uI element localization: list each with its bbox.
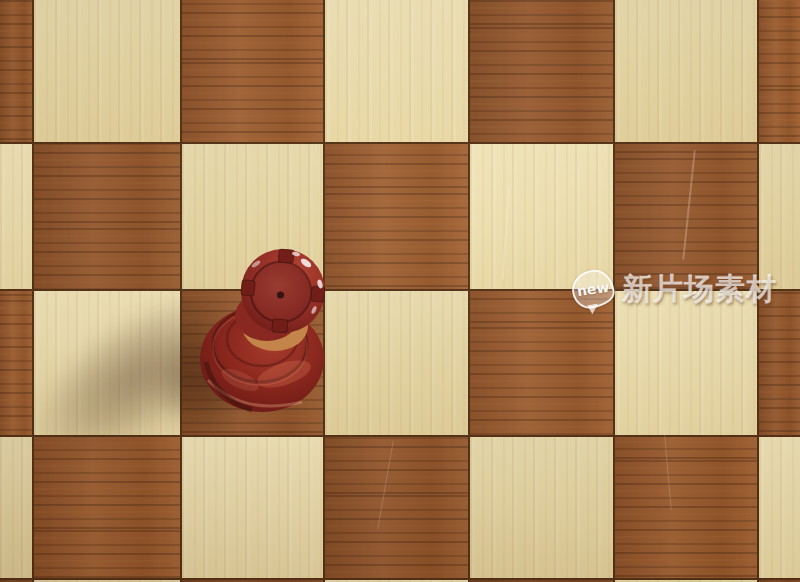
board-square[interactable]	[470, 291, 613, 435]
board-square[interactable]	[0, 437, 32, 578]
board-square[interactable]	[34, 0, 180, 142]
board-square[interactable]	[470, 144, 613, 289]
board-square[interactable]	[34, 291, 180, 435]
board-square[interactable]	[34, 437, 180, 578]
board-square[interactable]	[0, 144, 32, 289]
board-square[interactable]	[759, 0, 800, 142]
board-square[interactable]	[182, 0, 323, 142]
board-square[interactable]	[759, 144, 800, 289]
board-square[interactable]	[325, 291, 468, 435]
board-square[interactable]	[759, 437, 800, 578]
board-square[interactable]	[0, 0, 32, 142]
board-square[interactable]	[615, 437, 757, 578]
board-square[interactable]	[325, 437, 468, 578]
board-square[interactable]	[325, 0, 468, 142]
photo-stage: new 新片场素材	[0, 0, 800, 582]
board-square[interactable]	[615, 144, 757, 289]
board-square[interactable]	[615, 291, 757, 435]
board-square[interactable]	[615, 0, 757, 142]
board-square[interactable]	[470, 437, 613, 578]
board-square[interactable]	[470, 0, 613, 142]
board-square[interactable]	[325, 144, 468, 289]
board-square[interactable]	[0, 291, 32, 435]
board-square[interactable]	[34, 144, 180, 289]
chessboard	[0, 0, 800, 582]
rook-top-view-graphic	[196, 242, 340, 426]
red-rook-piece[interactable]	[196, 242, 340, 426]
board-square[interactable]	[759, 291, 800, 435]
board-square[interactable]	[182, 437, 323, 578]
